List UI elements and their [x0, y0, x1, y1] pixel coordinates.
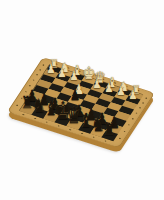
peg-dot [55, 63, 57, 64]
peg-dot [42, 64, 44, 65]
peg-dot [34, 118, 36, 119]
peg-dot [126, 86, 128, 87]
peg-dot [69, 129, 71, 130]
chess-board [7, 57, 155, 148]
peg-dot [127, 124, 129, 125]
peg-dot [46, 121, 48, 122]
board-grid [19, 64, 143, 140]
peg-dot [79, 71, 81, 72]
peg-dot [20, 97, 22, 98]
peg-dot [90, 75, 92, 76]
peg-dot [139, 107, 141, 108]
peg-dot [67, 67, 69, 68]
peg-dot [142, 102, 144, 103]
peg-dot [32, 79, 34, 80]
peg-dot [57, 125, 59, 126]
peg-dot [102, 78, 104, 79]
peg-dot [135, 112, 137, 113]
peg-dot [36, 74, 38, 75]
peg-dot [39, 69, 41, 70]
peg-dot [93, 136, 95, 137]
peg-dot [131, 118, 133, 119]
peg-dot [16, 105, 18, 106]
peg-dot [104, 140, 106, 141]
peg-dot [137, 90, 139, 91]
peg-dot [123, 131, 125, 132]
chess-set-photo: ♜♞♝♛♚♝♞♜♟♟♟♟♟♟♟♟♟♟♟♟♟♟♟♟♜♞♝♛♚♝♞♜ [0, 0, 164, 200]
peg-dot [145, 97, 147, 98]
peg-dot [81, 133, 83, 134]
peg-dot [114, 82, 116, 83]
peg-dot [22, 114, 24, 115]
peg-dot [119, 138, 121, 139]
peg-dot [25, 91, 27, 92]
peg-dot [29, 85, 31, 86]
